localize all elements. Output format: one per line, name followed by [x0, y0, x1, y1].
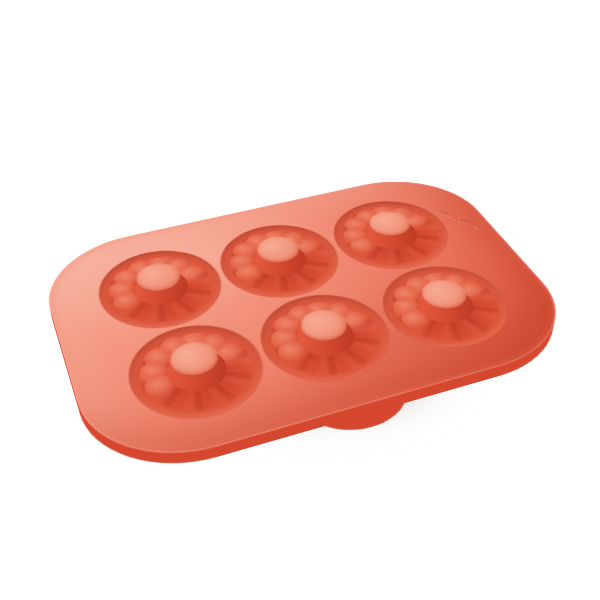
mould-top-surface: tescoma — [34, 168, 593, 479]
product-photo-stage: tescoma — [0, 0, 600, 600]
silicone-bundt-mould: tescoma — [34, 168, 593, 479]
